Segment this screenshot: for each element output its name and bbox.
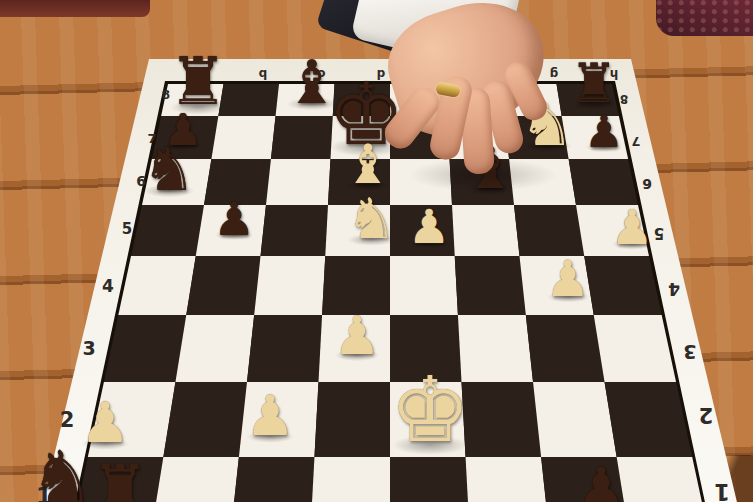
chess-photo-scene: abcdefgh8765432187654321 ♝♜♜♟♞♚♟♝♝♞♟♞♟♟♟… [0, 0, 753, 502]
player-hand-group [0, 0, 753, 502]
